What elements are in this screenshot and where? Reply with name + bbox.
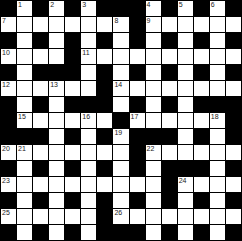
black-cell bbox=[162, 225, 177, 240]
grid-cell[interactable] bbox=[210, 33, 225, 48]
grid-cell[interactable] bbox=[65, 145, 80, 160]
grid-cell[interactable] bbox=[146, 33, 161, 48]
grid-cell[interactable] bbox=[210, 129, 225, 144]
grid-cell[interactable] bbox=[146, 161, 161, 176]
grid-cell[interactable] bbox=[130, 49, 145, 64]
black-cell bbox=[162, 33, 177, 48]
grid-cell[interactable] bbox=[81, 129, 96, 144]
black-cell bbox=[210, 97, 225, 112]
grid-cell[interactable] bbox=[49, 17, 64, 32]
clue-number: 18 bbox=[211, 113, 219, 121]
grid-cell[interactable] bbox=[49, 129, 64, 144]
grid-cell[interactable] bbox=[49, 113, 64, 128]
black-cell bbox=[226, 161, 241, 176]
grid-cell[interactable] bbox=[210, 65, 225, 80]
black-cell bbox=[162, 177, 177, 192]
black-cell bbox=[65, 1, 80, 16]
grid-cell[interactable] bbox=[146, 65, 161, 80]
black-cell bbox=[194, 161, 209, 176]
black-cell bbox=[1, 161, 16, 176]
clue-number: 25 bbox=[2, 209, 10, 217]
black-cell bbox=[130, 33, 145, 48]
black-cell bbox=[162, 97, 177, 112]
black-cell bbox=[194, 97, 209, 112]
black-cell bbox=[130, 225, 145, 240]
black-cell bbox=[17, 129, 32, 144]
grid-cell[interactable] bbox=[194, 209, 209, 224]
black-cell bbox=[65, 97, 80, 112]
clue-number: 17 bbox=[131, 113, 139, 121]
grid-cell[interactable] bbox=[178, 65, 193, 80]
black-cell bbox=[194, 65, 209, 80]
black-cell bbox=[162, 129, 177, 144]
black-cell bbox=[97, 65, 112, 80]
grid-cell[interactable]: 16 bbox=[81, 113, 96, 128]
grid-cell[interactable] bbox=[162, 81, 177, 96]
grid-cell[interactable] bbox=[81, 65, 96, 80]
grid-cell[interactable] bbox=[49, 177, 64, 192]
black-cell bbox=[97, 161, 112, 176]
black-cell bbox=[65, 33, 80, 48]
black-cell bbox=[130, 1, 145, 16]
grid-cell[interactable] bbox=[146, 97, 161, 112]
black-cell bbox=[162, 1, 177, 16]
clue-number: 8 bbox=[114, 17, 118, 25]
black-cell bbox=[194, 1, 209, 16]
grid-cell[interactable] bbox=[146, 209, 161, 224]
grid-cell[interactable] bbox=[178, 209, 193, 224]
grid-cell[interactable] bbox=[194, 81, 209, 96]
black-cell bbox=[33, 225, 48, 240]
black-cell bbox=[194, 129, 209, 144]
grid-cell[interactable]: 8 bbox=[113, 17, 128, 32]
black-cell bbox=[226, 225, 241, 240]
grid-cell[interactable] bbox=[97, 49, 112, 64]
grid-cell[interactable] bbox=[49, 33, 64, 48]
grid-cell[interactable] bbox=[49, 225, 64, 240]
black-cell bbox=[194, 193, 209, 208]
grid-cell[interactable] bbox=[81, 33, 96, 48]
grid-cell[interactable] bbox=[81, 17, 96, 32]
grid-cell[interactable] bbox=[81, 145, 96, 160]
black-cell bbox=[1, 97, 16, 112]
grid-cell[interactable]: 17 bbox=[130, 113, 145, 128]
grid-cell[interactable] bbox=[178, 97, 193, 112]
grid-cell[interactable] bbox=[162, 17, 177, 32]
grid-cell[interactable] bbox=[49, 49, 64, 64]
grid-cell[interactable] bbox=[146, 193, 161, 208]
clue-number: 9 bbox=[147, 17, 151, 25]
grid-cell[interactable] bbox=[146, 49, 161, 64]
grid-cell[interactable] bbox=[97, 145, 112, 160]
black-cell bbox=[97, 129, 112, 144]
grid-cell[interactable] bbox=[226, 209, 241, 224]
grid-cell[interactable] bbox=[17, 225, 32, 240]
clue-number: 6 bbox=[211, 1, 215, 9]
black-cell bbox=[49, 65, 64, 80]
grid-cell[interactable] bbox=[81, 177, 96, 192]
grid-cell[interactable] bbox=[17, 81, 32, 96]
grid-cell[interactable] bbox=[162, 49, 177, 64]
grid-cell[interactable] bbox=[113, 145, 128, 160]
grid-cell[interactable]: 15 bbox=[17, 113, 32, 128]
grid-cell[interactable] bbox=[146, 81, 161, 96]
grid-cell[interactable] bbox=[162, 113, 177, 128]
clue-number: 1 bbox=[18, 1, 22, 9]
grid-cell[interactable] bbox=[17, 17, 32, 32]
grid-cell[interactable] bbox=[178, 17, 193, 32]
black-cell bbox=[33, 193, 48, 208]
grid-cell[interactable] bbox=[162, 145, 177, 160]
grid-cell[interactable] bbox=[33, 113, 48, 128]
black-cell bbox=[33, 33, 48, 48]
black-cell bbox=[130, 97, 145, 112]
black-cell bbox=[1, 193, 16, 208]
clue-number: 11 bbox=[82, 49, 89, 57]
grid-cell[interactable] bbox=[17, 97, 32, 112]
black-cell bbox=[65, 193, 80, 208]
black-cell bbox=[65, 161, 80, 176]
clue-number: 3 bbox=[82, 1, 86, 9]
black-cell bbox=[65, 49, 80, 64]
grid-cell[interactable] bbox=[130, 177, 145, 192]
black-cell bbox=[65, 65, 80, 80]
clue-number: 2 bbox=[50, 1, 54, 9]
grid-cell[interactable] bbox=[81, 209, 96, 224]
grid-cell[interactable]: 4 bbox=[146, 1, 161, 16]
crossword-grid: 1234567891011121314151617181920212223242… bbox=[0, 0, 242, 241]
grid-cell[interactable] bbox=[226, 145, 241, 160]
black-cell bbox=[33, 97, 48, 112]
grid-cell[interactable] bbox=[226, 177, 241, 192]
black-cell bbox=[1, 225, 16, 240]
clue-number: 19 bbox=[114, 129, 122, 137]
black-cell bbox=[1, 129, 16, 144]
grid-cell[interactable] bbox=[97, 113, 112, 128]
grid-cell[interactable] bbox=[113, 33, 128, 48]
black-cell bbox=[1, 113, 16, 128]
grid-cell[interactable]: 24 bbox=[178, 177, 193, 192]
grid-cell[interactable] bbox=[194, 49, 209, 64]
black-cell bbox=[81, 97, 96, 112]
grid-cell[interactable] bbox=[81, 161, 96, 176]
grid-cell[interactable] bbox=[178, 145, 193, 160]
black-cell bbox=[130, 161, 145, 176]
black-cell bbox=[97, 81, 112, 96]
grid-cell[interactable] bbox=[146, 113, 161, 128]
grid-cell[interactable] bbox=[178, 49, 193, 64]
black-cell bbox=[194, 33, 209, 48]
grid-cell[interactable] bbox=[65, 113, 80, 128]
grid-cell[interactable] bbox=[33, 209, 48, 224]
grid-cell[interactable] bbox=[210, 145, 225, 160]
grid-cell[interactable] bbox=[65, 81, 80, 96]
grid-cell[interactable] bbox=[210, 161, 225, 176]
black-cell bbox=[130, 193, 145, 208]
black-cell bbox=[113, 225, 128, 240]
black-cell bbox=[226, 193, 241, 208]
clue-number: 22 bbox=[147, 145, 155, 153]
grid-cell[interactable] bbox=[65, 177, 80, 192]
grid-cell[interactable] bbox=[17, 65, 32, 80]
grid-cell[interactable] bbox=[210, 177, 225, 192]
black-cell bbox=[65, 129, 80, 144]
grid-cell[interactable]: 7 bbox=[1, 17, 16, 32]
grid-cell[interactable] bbox=[17, 193, 32, 208]
black-cell bbox=[178, 161, 193, 176]
black-cell bbox=[65, 225, 80, 240]
clue-number: 13 bbox=[50, 81, 58, 89]
grid-cell[interactable] bbox=[113, 65, 128, 80]
grid-cell[interactable] bbox=[17, 161, 32, 176]
grid-cell[interactable] bbox=[33, 145, 48, 160]
black-cell bbox=[162, 161, 177, 176]
clue-number: 23 bbox=[2, 177, 10, 185]
grid-cell[interactable] bbox=[17, 33, 32, 48]
grid-cell[interactable] bbox=[113, 161, 128, 176]
grid-cell[interactable]: 9 bbox=[146, 17, 161, 32]
grid-cell[interactable]: 10 bbox=[1, 49, 16, 64]
black-cell bbox=[226, 1, 241, 16]
grid-cell[interactable] bbox=[113, 97, 128, 112]
grid-cell[interactable] bbox=[194, 17, 209, 32]
black-cell bbox=[130, 129, 145, 144]
grid-cell[interactable]: 1 bbox=[17, 1, 32, 16]
black-cell bbox=[33, 161, 48, 176]
grid-cell[interactable] bbox=[17, 49, 32, 64]
clue-number: 14 bbox=[114, 81, 122, 89]
grid-cell[interactable] bbox=[97, 17, 112, 32]
grid-cell[interactable] bbox=[210, 17, 225, 32]
grid-cell[interactable] bbox=[113, 49, 128, 64]
black-cell bbox=[97, 193, 112, 208]
grid-cell[interactable] bbox=[162, 209, 177, 224]
grid-cell[interactable] bbox=[178, 193, 193, 208]
grid-cell[interactable]: 3 bbox=[81, 1, 96, 16]
grid-cell[interactable]: 5 bbox=[178, 1, 193, 16]
grid-cell[interactable] bbox=[178, 113, 193, 128]
grid-cell[interactable] bbox=[210, 209, 225, 224]
grid-cell[interactable] bbox=[130, 81, 145, 96]
black-cell bbox=[33, 1, 48, 16]
black-cell bbox=[33, 129, 48, 144]
grid-cell[interactable] bbox=[226, 17, 241, 32]
black-cell bbox=[97, 1, 112, 16]
grid-cell[interactable] bbox=[17, 209, 32, 224]
black-cell bbox=[162, 193, 177, 208]
grid-cell[interactable] bbox=[17, 177, 32, 192]
clue-number: 12 bbox=[2, 81, 10, 89]
grid-cell[interactable]: 21 bbox=[17, 145, 32, 160]
black-cell bbox=[226, 129, 241, 144]
grid-cell[interactable] bbox=[65, 209, 80, 224]
grid-cell[interactable] bbox=[226, 49, 241, 64]
grid-cell[interactable] bbox=[49, 209, 64, 224]
grid-cell[interactable] bbox=[113, 193, 128, 208]
grid-cell[interactable] bbox=[49, 193, 64, 208]
clue-number: 5 bbox=[179, 1, 183, 9]
grid-cell[interactable]: 14 bbox=[113, 81, 128, 96]
grid-cell[interactable] bbox=[49, 145, 64, 160]
black-cell bbox=[226, 97, 241, 112]
black-cell bbox=[113, 1, 128, 16]
black-cell bbox=[162, 65, 177, 80]
clue-number: 21 bbox=[18, 145, 26, 153]
black-cell bbox=[226, 65, 241, 80]
clue-number: 10 bbox=[2, 49, 10, 57]
black-cell bbox=[146, 129, 161, 144]
black-cell bbox=[130, 65, 145, 80]
black-cell bbox=[1, 65, 16, 80]
grid-cell[interactable] bbox=[178, 81, 193, 96]
clue-number: 16 bbox=[82, 113, 90, 121]
grid-cell[interactable] bbox=[33, 81, 48, 96]
grid-cell[interactable] bbox=[210, 225, 225, 240]
grid-cell[interactable] bbox=[81, 81, 96, 96]
grid-cell[interactable] bbox=[194, 145, 209, 160]
clue-number: 15 bbox=[18, 113, 26, 121]
grid-cell[interactable] bbox=[194, 113, 209, 128]
grid-cell[interactable] bbox=[49, 161, 64, 176]
grid-cell[interactable] bbox=[178, 225, 193, 240]
grid-cell[interactable] bbox=[33, 177, 48, 192]
grid-cell[interactable] bbox=[65, 17, 80, 32]
grid-cell[interactable]: 18 bbox=[210, 113, 225, 128]
grid-cell[interactable]: 20 bbox=[1, 145, 16, 160]
black-cell bbox=[97, 97, 112, 112]
black-cell bbox=[130, 17, 145, 32]
grid-cell[interactable] bbox=[33, 17, 48, 32]
black-cell bbox=[130, 145, 145, 160]
grid-cell[interactable]: 13 bbox=[49, 81, 64, 96]
grid-cell[interactable] bbox=[146, 225, 161, 240]
grid-cell[interactable] bbox=[226, 81, 241, 96]
black-cell bbox=[97, 225, 112, 240]
grid-cell[interactable]: 12 bbox=[1, 81, 16, 96]
grid-cell[interactable] bbox=[81, 225, 96, 240]
grid-cell[interactable] bbox=[113, 177, 128, 192]
grid-cell[interactable] bbox=[210, 49, 225, 64]
grid-cell[interactable] bbox=[130, 209, 145, 224]
clue-number: 20 bbox=[2, 145, 10, 153]
grid-cell[interactable] bbox=[33, 49, 48, 64]
grid-cell[interactable]: 6 bbox=[210, 1, 225, 16]
black-cell bbox=[113, 113, 128, 128]
black-cell bbox=[97, 209, 112, 224]
grid-cell[interactable]: 11 bbox=[81, 49, 96, 64]
grid-cell[interactable] bbox=[210, 193, 225, 208]
grid-cell[interactable]: 2 bbox=[49, 1, 64, 16]
black-cell bbox=[1, 33, 16, 48]
grid-cell[interactable] bbox=[178, 33, 193, 48]
black-cell bbox=[1, 1, 16, 16]
clue-number: 7 bbox=[2, 17, 6, 25]
grid-cell[interactable] bbox=[97, 177, 112, 192]
grid-cell[interactable]: 26 bbox=[113, 209, 128, 224]
grid-cell[interactable]: 23 bbox=[1, 177, 16, 192]
black-cell bbox=[33, 65, 48, 80]
grid-cell[interactable]: 19 bbox=[113, 129, 128, 144]
clue-number: 26 bbox=[114, 209, 122, 217]
clue-number: 24 bbox=[179, 177, 187, 185]
grid-cell[interactable] bbox=[178, 129, 193, 144]
clue-number: 4 bbox=[147, 1, 151, 9]
black-cell bbox=[97, 33, 112, 48]
grid-cell[interactable] bbox=[146, 177, 161, 192]
grid-cell[interactable] bbox=[210, 81, 225, 96]
black-cell bbox=[194, 225, 209, 240]
grid-cell[interactable] bbox=[49, 97, 64, 112]
black-cell bbox=[226, 33, 241, 48]
grid-cell[interactable]: 22 bbox=[146, 145, 161, 160]
grid-cell[interactable] bbox=[194, 177, 209, 192]
grid-cell[interactable] bbox=[81, 193, 96, 208]
grid-cell[interactable]: 25 bbox=[1, 209, 16, 224]
black-cell bbox=[226, 113, 241, 128]
